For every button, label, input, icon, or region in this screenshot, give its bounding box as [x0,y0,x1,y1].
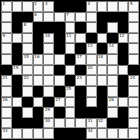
cell-r4-c10[interactable] [97,33,108,44]
black-cell-r5-c6 [54,43,65,54]
clue-number-31: 31 [87,119,92,123]
black-cell-r2-c10 [97,12,108,23]
cell-r8-c1[interactable]: 21 [1,75,12,86]
cell-r1-c9[interactable]: 4 [86,1,97,12]
black-cell-r3-c8 [75,22,86,33]
cell-r6-c4[interactable]: 16 [33,54,44,65]
clue-number-6: 6 [34,13,37,17]
clue-number-22: 22 [24,76,29,80]
cell-r4-c13[interactable] [128,33,139,44]
cell-r12-c7[interactable] [65,118,76,129]
black-cell-r10-c8 [75,97,86,108]
black-cell-r3-c2 [12,22,23,33]
cell-r9-c5[interactable] [43,86,54,97]
cell-r7-c2[interactable]: 19 [12,65,23,76]
black-cell-r3-c4 [33,22,44,33]
cell-r6-c9[interactable] [86,54,97,65]
black-cell-r10-c10 [97,97,108,108]
cell-r10-c9[interactable] [86,97,97,108]
cell-r5-c5[interactable] [43,43,54,54]
clue-number-17: 17 [77,55,82,59]
black-cell-r1-c7 [65,1,76,12]
cell-r11-c3[interactable] [22,107,33,118]
black-cell-r9-c4 [33,86,44,97]
black-cell-r9-c12 [118,86,129,97]
cell-r12-c10[interactable]: 32 [97,118,108,129]
black-cell-r5-c8 [75,43,86,54]
cell-r13-c2[interactable] [12,128,23,139]
clue-number-19: 19 [13,66,18,70]
cell-r9-c11[interactable] [107,86,118,97]
cell-r13-c3[interactable] [22,128,33,139]
cell-r13-c4[interactable] [33,128,44,139]
black-cell-r3-c10 [97,22,108,33]
cell-r12-c1[interactable] [1,118,12,129]
cell-r7-c4[interactable] [33,65,44,76]
clue-number-26: 26 [3,98,8,102]
clue-number-32: 32 [98,119,103,123]
cell-r12-c8[interactable] [75,118,86,129]
clue-number-29: 29 [45,108,50,112]
cell-r11-c11[interactable] [107,107,118,118]
clue-number-25: 25 [66,87,71,91]
cell-r13-c10[interactable] [97,128,108,139]
black-cell-r5-c10 [97,43,108,54]
cell-r10-c4[interactable] [33,97,44,108]
cell-r10-c2[interactable] [12,97,23,108]
cell-r6-c5[interactable] [43,54,54,65]
cell-r8-c3[interactable]: 22 [22,75,33,86]
cell-r2-c1[interactable] [1,12,12,23]
cell-r2-c8[interactable] [75,12,86,23]
clue-number-4: 4 [87,2,90,6]
cell-r11-c13[interactable] [128,107,139,118]
cell-r13-c1[interactable]: 33 [1,128,12,139]
black-cell-r12-c2 [12,118,23,129]
clue-number-5: 5 [130,2,133,6]
black-cell-r3-c5 [43,22,54,33]
cell-r4-c1[interactable]: 9 [1,33,12,44]
cell-r7-c5[interactable] [43,65,54,76]
black-cell-r2-c2 [12,12,23,23]
clue-number-8: 8 [24,23,27,27]
clue-number-10: 10 [45,34,50,38]
black-cell-r1-c8 [75,1,86,12]
cell-r9-c7[interactable]: 25 [65,86,76,97]
cell-r4-c12[interactable]: 12 [118,33,129,44]
black-cell-r11-c2 [12,107,23,118]
cell-r11-c5[interactable]: 29 [43,107,54,118]
cell-r7-c10[interactable] [97,65,108,76]
black-cell-r13-c6 [54,128,65,139]
black-cell-r12-c3 [22,118,33,129]
cell-r3-c13[interactable] [128,22,139,33]
cell-r1-c1[interactable]: 1 [1,1,12,12]
clue-number-2: 2 [34,2,37,6]
cell-r6-c8[interactable]: 17 [75,54,86,65]
cell-r2-c7[interactable]: 7 [65,12,76,23]
cell-r1-c10[interactable] [97,1,108,12]
black-cell-r5-c2 [12,43,23,54]
black-cell-r9-c6 [54,86,65,97]
clue-number-15: 15 [24,55,29,59]
clue-number-14: 14 [109,44,114,48]
cell-r7-c3[interactable] [22,65,33,76]
cell-r2-c13[interactable] [128,12,139,23]
cell-r1-c11[interactable] [107,1,118,12]
black-cell-r11-c12 [118,107,129,118]
clue-number-9: 9 [3,34,6,38]
cell-r12-c9[interactable]: 31 [86,118,97,129]
clue-number-24: 24 [130,76,135,80]
cell-r10-c6[interactable]: 27 [54,97,65,108]
cell-r1-c3[interactable] [22,1,33,12]
clue-number-3: 3 [45,2,48,6]
cell-r9-c3[interactable] [22,86,33,97]
black-cell-r5-c4 [33,43,44,54]
cell-r5-c13[interactable] [128,43,139,54]
cell-r10-c7[interactable] [65,97,76,108]
cell-r10-c13[interactable] [128,97,139,108]
black-cell-r11-c9 [86,107,97,118]
cell-r10-c1[interactable]: 26 [1,97,12,108]
cell-r1-c5[interactable]: 3 [43,1,54,12]
crossword-page: 1234567891011121314151617181920212223242… [0,0,140,140]
cell-r4-c3[interactable] [22,33,33,44]
cell-r9-c1[interactable] [1,86,12,97]
black-cell-r1-c6 [54,1,65,12]
cell-r6-c3[interactable]: 15 [22,54,33,65]
cell-r3-c7[interactable] [65,22,76,33]
cell-r1-c4[interactable]: 2 [33,1,44,12]
clue-number-18: 18 [98,55,103,59]
cell-r5-c7[interactable] [65,43,76,54]
clue-number-28: 28 [109,98,114,102]
black-cell-r6-c12 [118,54,129,65]
cell-r7-c12[interactable] [118,65,129,76]
clue-number-12: 12 [119,34,124,38]
cell-r12-c6[interactable] [54,118,65,129]
cell-r5-c3[interactable] [22,43,33,54]
cell-r2-c9[interactable] [86,12,97,23]
cell-r6-c10[interactable]: 18 [97,54,108,65]
cell-r8-c6[interactable] [54,75,65,86]
cell-r6-c13[interactable] [128,54,139,65]
cell-r8-c11[interactable] [107,75,118,86]
cell-r2-c6[interactable] [54,12,65,23]
black-cell-r11-c8 [75,107,86,118]
cell-r11-c1[interactable] [1,107,12,118]
cell-r12-c5[interactable]: 30 [43,118,54,129]
black-cell-r3-c12 [118,22,129,33]
black-cell-r13-c7 [65,128,76,139]
cell-r3-c11[interactable] [107,22,118,33]
cell-r13-c13[interactable] [128,128,139,139]
cell-r8-c13[interactable]: 24 [128,75,139,86]
black-cell-r6-c2 [12,54,23,65]
black-cell-r5-c12 [118,43,129,54]
crossword-grid: 1234567891011121314151617181920212223242… [0,0,140,140]
clue-number-30: 30 [45,119,50,123]
black-cell-r7-c1 [1,65,12,76]
black-cell-r4-c9 [86,33,97,44]
black-cell-r12-c11 [107,118,118,129]
cell-r12-c13[interactable] [128,118,139,129]
black-cell-r4-c11 [107,33,118,44]
black-cell-r12-c4 [33,118,44,129]
clue-number-7: 7 [66,13,69,17]
cell-r2-c4[interactable]: 6 [33,12,44,23]
cell-r3-c3[interactable]: 8 [22,22,33,33]
clue-number-11: 11 [66,34,71,38]
clue-number-21: 21 [3,76,8,80]
cell-r9-c9[interactable] [86,86,97,97]
clue-number-33: 33 [3,129,8,133]
black-cell-r7-c6 [54,65,65,76]
black-cell-r8-c2 [12,75,23,86]
cell-r1-c12[interactable] [118,1,129,12]
black-cell-r10-c5 [43,97,54,108]
cell-r3-c9[interactable] [86,22,97,33]
cell-r7-c9[interactable]: 20 [86,65,97,76]
black-cell-r11-c10 [97,107,108,118]
cell-r13-c5[interactable] [43,128,54,139]
black-cell-r2-c3 [22,12,33,23]
black-cell-r8-c7 [65,75,76,86]
cell-r9-c13[interactable] [128,86,139,97]
black-cell-r13-c8 [75,128,86,139]
cell-r3-c1[interactable] [1,22,12,33]
black-cell-r4-c4 [33,33,44,44]
black-cell-r7-c13 [128,65,139,76]
cell-r5-c1[interactable] [1,43,12,54]
cell-r13-c12[interactable] [118,128,129,139]
cell-r13-c11[interactable] [107,128,118,139]
cell-r8-c4[interactable] [33,75,44,86]
clue-number-27: 27 [56,98,61,102]
black-cell-r4-c6 [54,33,65,44]
cell-r1-c2[interactable] [12,1,23,12]
cell-r7-c11[interactable] [107,65,118,76]
cell-r10-c11[interactable]: 28 [107,97,118,108]
cell-r4-c5[interactable]: 10 [43,33,54,44]
cell-r11-c7[interactable] [65,107,76,118]
black-cell-r11-c4 [33,107,44,118]
cell-r2-c5[interactable] [43,12,54,23]
cell-r4-c7[interactable]: 11 [65,33,76,44]
clue-number-23: 23 [77,76,82,80]
cell-r6-c6[interactable] [54,54,65,65]
cell-r7-c7[interactable] [65,65,76,76]
cell-r5-c9[interactable]: 13 [86,43,97,54]
black-cell-r2-c12 [118,12,129,23]
black-cell-r11-c6 [54,107,65,118]
cell-r5-c11[interactable]: 14 [107,43,118,54]
black-cell-r12-c12 [118,118,129,129]
cell-r4-c2[interactable] [12,33,23,44]
black-cell-r3-c6 [54,22,65,33]
black-cell-r9-c10 [97,86,108,97]
black-cell-r6-c7 [65,54,76,65]
black-cell-r10-c3 [22,97,33,108]
black-cell-r9-c8 [75,86,86,97]
cell-r13-c9[interactable]: 34 [86,128,97,139]
clue-number-20: 20 [87,66,92,70]
black-cell-r8-c12 [118,75,129,86]
clue-number-16: 16 [34,55,39,59]
cell-r6-c11[interactable] [107,54,118,65]
black-cell-r9-c2 [12,86,23,97]
cell-r6-c1[interactable] [1,54,12,65]
cell-r8-c8[interactable]: 23 [75,75,86,86]
clue-number-34: 34 [87,129,92,133]
clue-number-13: 13 [87,44,92,48]
cell-r8-c5[interactable] [43,75,54,86]
black-cell-r2-c11 [107,12,118,23]
cell-r8-c10[interactable] [97,75,108,86]
clue-number-1: 1 [3,2,6,6]
black-cell-r7-c8 [75,65,86,76]
cell-r1-c13[interactable]: 5 [128,1,139,12]
cell-r8-c9[interactable] [86,75,97,86]
cell-r10-c12[interactable] [118,97,129,108]
cell-r4-c8[interactable] [75,33,86,44]
